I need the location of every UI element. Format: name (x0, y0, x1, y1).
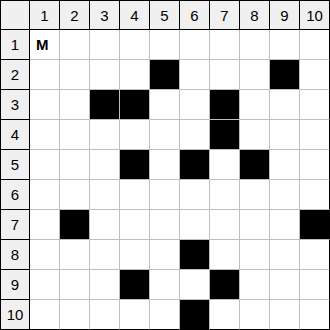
cell-r9c1[interactable] (30, 270, 60, 300)
cell-r6c3[interactable] (90, 180, 120, 210)
cell-r10c2[interactable] (60, 300, 90, 330)
cell-r8c10[interactable] (300, 240, 330, 270)
blocked-cell-r8c6[interactable] (180, 240, 210, 270)
row-header-4[interactable]: 4 (0, 120, 30, 150)
cell-r10c8[interactable] (240, 300, 270, 330)
cell-r7c6[interactable] (180, 210, 210, 240)
cell-r5c7[interactable] (210, 150, 240, 180)
puzzle-board: 123456789101M2345678910 (0, 0, 330, 330)
cell-r5c2[interactable] (60, 150, 90, 180)
cell-r8c7[interactable] (210, 240, 240, 270)
blocked-cell-r3c4[interactable] (120, 90, 150, 120)
cell-r9c6[interactable] (180, 270, 210, 300)
cell-r10c5[interactable] (150, 300, 180, 330)
row-header-1[interactable]: 1 (0, 30, 30, 60)
cell-r2c8[interactable] (240, 60, 270, 90)
cell-r8c9[interactable] (270, 240, 300, 270)
corner-cell[interactable] (0, 0, 30, 30)
cell-r1c8[interactable] (240, 30, 270, 60)
cell-r3c9[interactable] (270, 90, 300, 120)
cell-r10c7[interactable] (210, 300, 240, 330)
cell-r7c9[interactable] (270, 210, 300, 240)
cell-r9c9[interactable] (270, 270, 300, 300)
cell-r10c4[interactable] (120, 300, 150, 330)
cell-r7c7[interactable] (210, 210, 240, 240)
row-header-2[interactable]: 2 (0, 60, 30, 90)
cell-r9c2[interactable] (60, 270, 90, 300)
col-header-4[interactable]: 4 (120, 0, 150, 30)
cell-r1c10[interactable] (300, 30, 330, 60)
row-header-6[interactable]: 6 (0, 180, 30, 210)
blocked-cell-r2c5[interactable] (150, 60, 180, 90)
cell-r3c10[interactable] (300, 90, 330, 120)
cell-r6c10[interactable] (300, 180, 330, 210)
blocked-cell-r7c2[interactable] (60, 210, 90, 240)
cell-r2c3[interactable] (90, 60, 120, 90)
cell-r3c2[interactable] (60, 90, 90, 120)
cell-r3c8[interactable] (240, 90, 270, 120)
blocked-cell-r3c3[interactable] (90, 90, 120, 120)
blocked-cell-r5c4[interactable] (120, 150, 150, 180)
cell-r5c5[interactable] (150, 150, 180, 180)
cell-r4c5[interactable] (150, 120, 180, 150)
row-header-8[interactable]: 8 (0, 240, 30, 270)
col-header-7[interactable]: 7 (210, 0, 240, 30)
row-header-7[interactable]: 7 (0, 210, 30, 240)
blocked-cell-r7c10[interactable] (300, 210, 330, 240)
cell-r1c6[interactable] (180, 30, 210, 60)
col-header-5[interactable]: 5 (150, 0, 180, 30)
cell-r10c3[interactable] (90, 300, 120, 330)
cell-r7c1[interactable] (30, 210, 60, 240)
cell-r8c2[interactable] (60, 240, 90, 270)
cell-r1c9[interactable] (270, 30, 300, 60)
cell-r4c1[interactable] (30, 120, 60, 150)
row-header-9[interactable]: 9 (0, 270, 30, 300)
cell-r5c10[interactable] (300, 150, 330, 180)
cell-r2c2[interactable] (60, 60, 90, 90)
cell-r4c6[interactable] (180, 120, 210, 150)
cell-r5c9[interactable] (270, 150, 300, 180)
col-header-3[interactable]: 3 (90, 0, 120, 30)
cell-r2c6[interactable] (180, 60, 210, 90)
cell-r9c8[interactable] (240, 270, 270, 300)
cell-r6c1[interactable] (30, 180, 60, 210)
blocked-cell-r5c6[interactable] (180, 150, 210, 180)
cell-r6c9[interactable] (270, 180, 300, 210)
col-header-1[interactable]: 1 (30, 0, 60, 30)
cell-r6c5[interactable] (150, 180, 180, 210)
cell-r8c4[interactable] (120, 240, 150, 270)
cell-r7c8[interactable] (240, 210, 270, 240)
row-header-5[interactable]: 5 (0, 150, 30, 180)
cell-r6c8[interactable] (240, 180, 270, 210)
blocked-cell-r2c9[interactable] (270, 60, 300, 90)
cell-r7c5[interactable] (150, 210, 180, 240)
cell-r10c10[interactable] (300, 300, 330, 330)
cell-r6c6[interactable] (180, 180, 210, 210)
blocked-cell-r4c7[interactable] (210, 120, 240, 150)
col-header-8[interactable]: 8 (240, 0, 270, 30)
cell-r7c4[interactable] (120, 210, 150, 240)
cell-r3c5[interactable] (150, 90, 180, 120)
cell-r2c10[interactable] (300, 60, 330, 90)
cell-r3c1[interactable] (30, 90, 60, 120)
cell-r6c2[interactable] (60, 180, 90, 210)
cell-r4c3[interactable] (90, 120, 120, 150)
cell-r4c2[interactable] (60, 120, 90, 150)
col-header-6[interactable]: 6 (180, 0, 210, 30)
blocked-cell-r10c6[interactable] (180, 300, 210, 330)
cell-r1c3[interactable] (90, 30, 120, 60)
cell-r2c1[interactable] (30, 60, 60, 90)
row-header-3[interactable]: 3 (0, 90, 30, 120)
row-header-10[interactable]: 10 (0, 300, 30, 330)
cell-r6c4[interactable] (120, 180, 150, 210)
cell-r5c3[interactable] (90, 150, 120, 180)
cell-r8c3[interactable] (90, 240, 120, 270)
cell-r2c4[interactable] (120, 60, 150, 90)
col-header-2[interactable]: 2 (60, 0, 90, 30)
cell-r8c8[interactable] (240, 240, 270, 270)
cell-r8c1[interactable] (30, 240, 60, 270)
cell-r9c10[interactable] (300, 270, 330, 300)
cell-r4c9[interactable] (270, 120, 300, 150)
cell-r9c3[interactable] (90, 270, 120, 300)
cell-r1c7[interactable] (210, 30, 240, 60)
cell-r1c5[interactable] (150, 30, 180, 60)
blocked-cell-r9c4[interactable] (120, 270, 150, 300)
col-header-10[interactable]: 10 (300, 0, 330, 30)
cell-r4c4[interactable] (120, 120, 150, 150)
cell-r8c5[interactable] (150, 240, 180, 270)
cell-r10c1[interactable] (30, 300, 60, 330)
col-header-9[interactable]: 9 (270, 0, 300, 30)
blocked-cell-r9c7[interactable] (210, 270, 240, 300)
blocked-cell-r3c7[interactable] (210, 90, 240, 120)
cell-r10c9[interactable] (270, 300, 300, 330)
cell-r6c7[interactable] (210, 180, 240, 210)
cell-r2c7[interactable] (210, 60, 240, 90)
cell-r1c4[interactable] (120, 30, 150, 60)
marker-cell-r1c1[interactable]: M (30, 30, 60, 60)
blocked-cell-r5c8[interactable] (240, 150, 270, 180)
cell-r1c2[interactable] (60, 30, 90, 60)
cell-r9c5[interactable] (150, 270, 180, 300)
cell-r4c10[interactable] (300, 120, 330, 150)
cell-r3c6[interactable] (180, 90, 210, 120)
cell-r7c3[interactable] (90, 210, 120, 240)
cell-r4c8[interactable] (240, 120, 270, 150)
cell-r5c1[interactable] (30, 150, 60, 180)
